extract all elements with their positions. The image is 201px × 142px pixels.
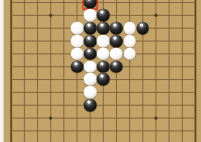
board-cell[interactable] <box>136 35 149 48</box>
stone-white <box>84 86 97 99</box>
board-cell[interactable] <box>18 9 31 22</box>
board-cell[interactable] <box>123 86 136 99</box>
board-cell[interactable] <box>18 47 31 60</box>
board-cell[interactable] <box>84 124 97 137</box>
board-cell[interactable] <box>149 124 162 137</box>
board-cell[interactable] <box>189 86 201 99</box>
board-cell[interactable] <box>97 0 110 9</box>
board-cell[interactable] <box>123 60 136 73</box>
board-cell[interactable] <box>110 86 123 99</box>
board-cell[interactable] <box>5 112 18 125</box>
gomoku-board[interactable] <box>4 0 201 142</box>
board-cell[interactable] <box>84 9 97 22</box>
board-cell[interactable] <box>57 60 70 73</box>
board-cell[interactable] <box>189 60 201 73</box>
board-cell[interactable] <box>149 35 162 48</box>
board-cell[interactable] <box>70 137 83 142</box>
board-cell[interactable] <box>31 137 44 142</box>
board-cell[interactable] <box>149 0 162 9</box>
board-cell[interactable] <box>136 9 149 22</box>
stone-white <box>71 35 84 48</box>
board-cell[interactable] <box>57 9 70 22</box>
board-cell[interactable] <box>97 35 110 48</box>
board-cell[interactable] <box>149 137 162 142</box>
board-cell[interactable] <box>44 47 57 60</box>
board-cell[interactable] <box>5 86 18 99</box>
board-cell[interactable] <box>149 9 162 22</box>
board-cell[interactable] <box>5 99 18 112</box>
board-cell[interactable] <box>176 137 189 142</box>
board-cell[interactable] <box>70 124 83 137</box>
board-cell[interactable] <box>84 112 97 125</box>
board-cell[interactable] <box>136 22 149 35</box>
board-cell[interactable] <box>176 99 189 112</box>
stone-white <box>84 9 97 22</box>
stone-black <box>84 0 97 9</box>
board-cell[interactable] <box>176 124 189 137</box>
stone-white <box>71 22 84 35</box>
board-cell[interactable] <box>70 86 83 99</box>
board-cell[interactable] <box>18 124 31 137</box>
board-cell[interactable] <box>70 112 83 125</box>
board-cell[interactable] <box>44 60 57 73</box>
stone-white <box>84 60 97 73</box>
board-cell[interactable] <box>123 137 136 142</box>
board-cell[interactable] <box>18 60 31 73</box>
board-cell[interactable] <box>44 137 57 142</box>
board-cell[interactable] <box>162 9 175 22</box>
board-cell[interactable] <box>97 124 110 137</box>
stone-white <box>123 35 136 48</box>
board-cell[interactable] <box>57 112 70 125</box>
board-cell[interactable] <box>44 0 57 9</box>
board-cell[interactable] <box>123 35 136 48</box>
board-cell[interactable] <box>136 124 149 137</box>
board-cell[interactable] <box>189 99 201 112</box>
board-cell[interactable] <box>70 35 83 48</box>
board-cell[interactable] <box>84 60 97 73</box>
board-cell[interactable] <box>176 9 189 22</box>
board-cell[interactable] <box>176 0 189 9</box>
board-cell[interactable] <box>123 73 136 86</box>
stone-white <box>97 35 110 48</box>
board-cell[interactable] <box>57 35 70 48</box>
board-cell[interactable] <box>149 99 162 112</box>
board-cell[interactable] <box>5 0 18 9</box>
board-cell[interactable] <box>70 47 83 60</box>
board-cell[interactable] <box>5 60 18 73</box>
board-cell[interactable] <box>136 86 149 99</box>
board-cell[interactable] <box>31 99 44 112</box>
stone-white <box>110 48 123 61</box>
board-cell[interactable] <box>110 22 123 35</box>
stone-black <box>84 22 97 35</box>
board-cell[interactable] <box>189 137 201 142</box>
board-cell[interactable] <box>110 47 123 60</box>
stone-black <box>71 60 84 73</box>
board-cell[interactable] <box>57 86 70 99</box>
board-cell[interactable] <box>5 137 18 142</box>
board-cell[interactable] <box>5 22 18 35</box>
board-cell[interactable] <box>162 0 175 9</box>
board-cell[interactable] <box>84 137 97 142</box>
board-cell[interactable] <box>44 22 57 35</box>
board-cell[interactable] <box>176 73 189 86</box>
board-cell[interactable] <box>70 73 83 86</box>
board-cell[interactable] <box>149 86 162 99</box>
stone-black <box>110 60 123 73</box>
board-cell[interactable] <box>162 124 175 137</box>
board-cell[interactable] <box>149 47 162 60</box>
board-cell[interactable] <box>136 99 149 112</box>
stone-black <box>97 73 110 86</box>
stone-black <box>110 35 123 48</box>
board-cell[interactable] <box>44 9 57 22</box>
board-cell[interactable] <box>5 47 18 60</box>
stone-black <box>136 22 149 35</box>
board-cell[interactable] <box>136 137 149 142</box>
board-cell[interactable] <box>162 86 175 99</box>
board-cell[interactable] <box>176 47 189 60</box>
board-grid <box>5 0 201 142</box>
stone-black <box>97 22 110 35</box>
board-cell[interactable] <box>31 47 44 60</box>
board-cell[interactable] <box>189 0 201 9</box>
board-cell[interactable] <box>57 73 70 86</box>
board-cell[interactable] <box>70 99 83 112</box>
board-cell[interactable] <box>149 60 162 73</box>
board-cell[interactable] <box>18 112 31 125</box>
board-cell[interactable] <box>57 47 70 60</box>
board-cell[interactable] <box>162 99 175 112</box>
board-cell[interactable] <box>18 86 31 99</box>
stone-white <box>123 48 136 61</box>
board-cell[interactable] <box>162 137 175 142</box>
board-cell[interactable] <box>123 0 136 9</box>
board-cell[interactable] <box>123 99 136 112</box>
board-cell[interactable] <box>189 73 201 86</box>
board-cell[interactable] <box>18 99 31 112</box>
board-cell[interactable] <box>149 22 162 35</box>
stone-white <box>123 22 136 35</box>
board-cell[interactable] <box>31 124 44 137</box>
board-cell[interactable] <box>84 0 97 9</box>
board-cell[interactable] <box>31 112 44 125</box>
board-cell[interactable] <box>97 22 110 35</box>
board-cell[interactable] <box>189 35 201 48</box>
board-cell[interactable] <box>110 60 123 73</box>
board-cell[interactable] <box>189 112 201 125</box>
board-cell[interactable] <box>44 99 57 112</box>
board-cell[interactable] <box>123 112 136 125</box>
board-cell[interactable] <box>84 86 97 99</box>
stone-black <box>84 35 97 48</box>
board-cell[interactable] <box>189 9 201 22</box>
board-cell[interactable] <box>110 9 123 22</box>
board-cell[interactable] <box>18 35 31 48</box>
board-cell[interactable] <box>136 112 149 125</box>
board-cell[interactable] <box>18 0 31 9</box>
game-screenshot <box>0 0 201 142</box>
board-cell[interactable] <box>110 124 123 137</box>
board-cell[interactable] <box>162 73 175 86</box>
board-cell[interactable] <box>97 60 110 73</box>
board-cell[interactable] <box>70 60 83 73</box>
board-cell[interactable] <box>149 73 162 86</box>
board-cell[interactable] <box>70 9 83 22</box>
board-cell[interactable] <box>5 35 18 48</box>
board-cell[interactable] <box>110 35 123 48</box>
board-cell[interactable] <box>5 73 18 86</box>
board-cell[interactable] <box>18 22 31 35</box>
board-cell[interactable] <box>176 35 189 48</box>
board-cell[interactable] <box>110 99 123 112</box>
window-edge-strip <box>0 0 4 142</box>
board-cell[interactable] <box>162 112 175 125</box>
board-cell[interactable] <box>84 73 97 86</box>
board-cell[interactable] <box>5 9 18 22</box>
board-cell[interactable] <box>176 60 189 73</box>
board-cell[interactable] <box>97 9 110 22</box>
stone-white <box>84 73 97 86</box>
board-cell[interactable] <box>136 0 149 9</box>
board-cell[interactable] <box>44 86 57 99</box>
board-cell[interactable] <box>84 99 97 112</box>
board-cell[interactable] <box>84 22 97 35</box>
stone-black <box>84 48 97 61</box>
stone-white <box>97 48 110 61</box>
board-cell[interactable] <box>97 112 110 125</box>
board-cell[interactable] <box>110 137 123 142</box>
board-cell[interactable] <box>44 124 57 137</box>
board-cell[interactable] <box>18 73 31 86</box>
board-cell[interactable] <box>31 35 44 48</box>
board-cell[interactable] <box>136 47 149 60</box>
board-cell[interactable] <box>97 47 110 60</box>
board-cell[interactable] <box>44 73 57 86</box>
board-cell[interactable] <box>57 0 70 9</box>
board-cell[interactable] <box>110 0 123 9</box>
stone-white <box>71 48 84 61</box>
board-cell[interactable] <box>97 137 110 142</box>
board-cell[interactable] <box>189 47 201 60</box>
board-cell[interactable] <box>176 112 189 125</box>
board-cell[interactable] <box>57 99 70 112</box>
board-cell[interactable] <box>70 22 83 35</box>
board-cell[interactable] <box>123 124 136 137</box>
board-cell[interactable] <box>189 22 201 35</box>
board-cell[interactable] <box>97 73 110 86</box>
stone-black <box>84 99 97 112</box>
board-cell[interactable] <box>31 73 44 86</box>
board-cell[interactable] <box>18 137 31 142</box>
board-cell[interactable] <box>162 22 175 35</box>
board-cell[interactable] <box>136 73 149 86</box>
board-cell[interactable] <box>136 60 149 73</box>
board-cell[interactable] <box>123 47 136 60</box>
stone-black <box>97 60 110 73</box>
board-cell[interactable] <box>57 22 70 35</box>
board-cell[interactable] <box>31 9 44 22</box>
board-cell[interactable] <box>110 112 123 125</box>
board-cell[interactable] <box>123 22 136 35</box>
stone-black <box>97 9 110 22</box>
board-cell[interactable] <box>149 112 162 125</box>
board-cell[interactable] <box>31 86 44 99</box>
board-cell[interactable] <box>189 124 201 137</box>
board-cell[interactable] <box>97 99 110 112</box>
stone-black <box>110 22 123 35</box>
board-cell[interactable] <box>84 35 97 48</box>
board-cell[interactable] <box>110 73 123 86</box>
board-cell[interactable] <box>57 137 70 142</box>
board-cell[interactable] <box>97 86 110 99</box>
board-cell[interactable] <box>5 124 18 137</box>
board-cell[interactable] <box>31 22 44 35</box>
board-cell[interactable] <box>162 60 175 73</box>
board-cell[interactable] <box>176 22 189 35</box>
board-cell[interactable] <box>44 35 57 48</box>
board-cell[interactable] <box>57 124 70 137</box>
board-cell[interactable] <box>162 35 175 48</box>
board-cell[interactable] <box>123 9 136 22</box>
board-cell[interactable] <box>162 47 175 60</box>
board-cell[interactable] <box>84 47 97 60</box>
board-cell[interactable] <box>31 0 44 9</box>
board-cell[interactable] <box>44 112 57 125</box>
board-cell[interactable] <box>31 60 44 73</box>
board-cell[interactable] <box>176 86 189 99</box>
